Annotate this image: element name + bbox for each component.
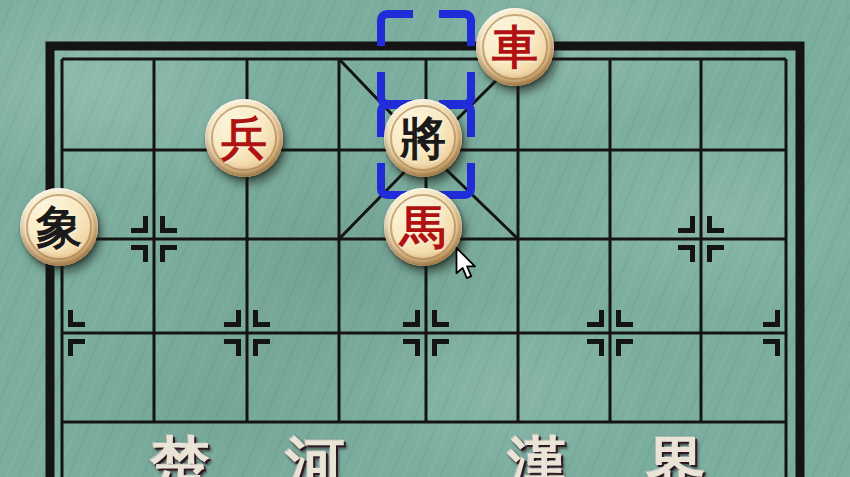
piece-red-horse[interactable]: 馬 [384, 188, 462, 266]
piece-glyph: 馬 [384, 188, 462, 266]
piece-glyph: 象 [20, 188, 98, 266]
piece-glyph: 兵 [205, 99, 283, 177]
piece-red-chariot[interactable]: 車 [476, 8, 554, 86]
river-char-jie: 界 [641, 434, 711, 477]
piece-glyph: 車 [476, 8, 554, 86]
piece-glyph: 將 [384, 99, 462, 177]
xiangqi-board-view: 車兵將馬象 楚 河 漢 界 [0, 0, 850, 477]
river-char-han: 漢 [502, 434, 572, 477]
piece-black-elephant[interactable]: 象 [20, 188, 98, 266]
piece-red-soldier[interactable]: 兵 [205, 99, 283, 177]
river-char-he: 河 [280, 434, 350, 477]
piece-black-general[interactable]: 將 [384, 99, 462, 177]
river-char-chu: 楚 [145, 434, 215, 477]
